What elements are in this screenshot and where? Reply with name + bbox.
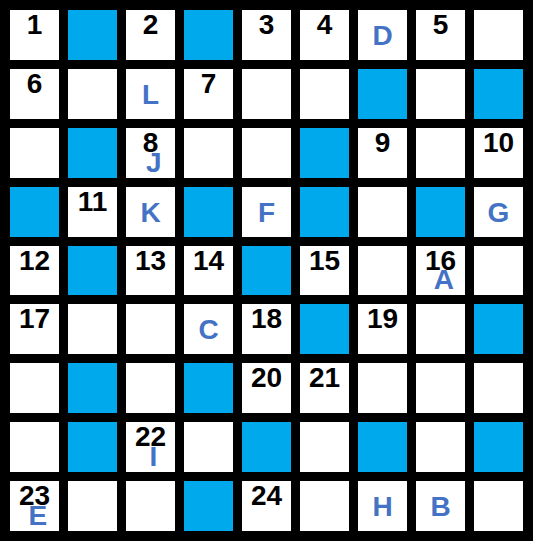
placed-letter: H <box>372 493 392 521</box>
placed-letter: C <box>198 316 218 344</box>
cell-r6c8[interactable] <box>474 363 523 413</box>
cell-r4c3[interactable]: 14 <box>184 246 233 296</box>
cell-r0c6[interactable]: D <box>358 10 407 60</box>
cell-r7c3[interactable] <box>184 422 233 472</box>
cell-r1c2[interactable]: L <box>126 69 175 119</box>
cell-r6c0[interactable] <box>10 363 59 413</box>
blocked-cell-r1c8 <box>474 69 523 119</box>
cell-r8c1[interactable] <box>68 481 117 531</box>
clue-number: 4 <box>317 11 333 39</box>
clue-number: 12 <box>19 247 50 275</box>
cell-r5c3[interactable]: C <box>184 304 233 354</box>
cell-r2c4[interactable] <box>242 128 291 178</box>
clue-number: 6 <box>27 70 43 98</box>
cell-r4c6[interactable] <box>358 246 407 296</box>
clue-number: 11 <box>78 188 108 216</box>
cell-r6c4[interactable]: 20 <box>242 363 291 413</box>
blocked-cell-r7c8 <box>474 422 523 472</box>
cell-r6c6[interactable] <box>358 363 407 413</box>
cell-r7c2[interactable]: 22I <box>126 422 175 472</box>
blocked-cell-r5c5 <box>300 304 349 354</box>
cell-r3c2[interactable]: K <box>126 187 175 237</box>
blocked-cell-r8c3 <box>184 481 233 531</box>
placed-letter: J <box>146 149 162 177</box>
placed-letter: E <box>29 502 48 530</box>
cell-r5c1[interactable] <box>68 304 117 354</box>
clue-number: 20 <box>251 364 282 392</box>
cell-r2c6[interactable]: 9 <box>358 128 407 178</box>
cell-r1c7[interactable] <box>416 69 465 119</box>
clue-number: 2 <box>143 11 159 39</box>
blocked-cell-r1c6 <box>358 69 407 119</box>
cell-r8c7[interactable]: B <box>416 481 465 531</box>
cell-r7c5[interactable] <box>300 422 349 472</box>
cell-r7c0[interactable] <box>10 422 59 472</box>
cell-r8c5[interactable] <box>300 481 349 531</box>
cell-r0c0[interactable]: 1 <box>10 10 59 60</box>
blocked-cell-r7c4 <box>242 422 291 472</box>
cell-r8c4[interactable]: 24 <box>242 481 291 531</box>
clue-number: 18 <box>251 305 282 333</box>
cell-r4c8[interactable] <box>474 246 523 296</box>
clue-number: 9 <box>375 129 391 157</box>
placed-letter: L <box>142 81 159 109</box>
blocked-cell-r4c4 <box>242 246 291 296</box>
clue-number: 7 <box>201 70 217 98</box>
placed-letter: I <box>149 443 157 471</box>
placed-letter: D <box>372 22 392 50</box>
puzzle-board: 1234D56L78J91011KFG1213141516A17C1819202… <box>0 0 533 541</box>
blocked-cell-r3c5 <box>300 187 349 237</box>
clue-number: 19 <box>367 305 398 333</box>
cell-r4c7[interactable]: 16A <box>416 246 465 296</box>
cell-r0c7[interactable]: 5 <box>416 10 465 60</box>
clue-number: 10 <box>483 129 514 157</box>
cell-r5c2[interactable] <box>126 304 175 354</box>
cell-r6c7[interactable] <box>416 363 465 413</box>
blocked-cell-r7c6 <box>358 422 407 472</box>
cell-r6c2[interactable] <box>126 363 175 413</box>
cell-r5c7[interactable] <box>416 304 465 354</box>
cell-r2c0[interactable] <box>10 128 59 178</box>
blocked-cell-r7c1 <box>68 422 117 472</box>
blocked-cell-r0c3 <box>184 10 233 60</box>
cell-r8c6[interactable]: H <box>358 481 407 531</box>
cell-r3c1[interactable]: 11 <box>68 187 117 237</box>
cell-r5c4[interactable]: 18 <box>242 304 291 354</box>
clue-number: 15 <box>309 247 340 275</box>
clue-number: 24 <box>251 482 282 510</box>
cell-r2c2[interactable]: 8J <box>126 128 175 178</box>
clue-number: 17 <box>19 305 50 333</box>
cell-r7c7[interactable] <box>416 422 465 472</box>
cell-r2c3[interactable] <box>184 128 233 178</box>
cell-r0c4[interactable]: 3 <box>242 10 291 60</box>
blocked-cell-r5c8 <box>474 304 523 354</box>
blocked-cell-r6c1 <box>68 363 117 413</box>
cell-r0c2[interactable]: 2 <box>126 10 175 60</box>
blocked-cell-r3c0 <box>10 187 59 237</box>
clue-number: 21 <box>309 364 340 392</box>
placed-letter: A <box>434 266 454 294</box>
placed-letter: F <box>258 199 275 227</box>
cell-r8c2[interactable] <box>126 481 175 531</box>
cell-r0c5[interactable]: 4 <box>300 10 349 60</box>
clue-number: 3 <box>259 11 275 39</box>
cell-r3c8[interactable]: G <box>474 187 523 237</box>
cell-r8c0[interactable]: 23E <box>10 481 59 531</box>
cell-r2c8[interactable]: 10 <box>474 128 523 178</box>
blocked-cell-r6c3 <box>184 363 233 413</box>
clue-number: 14 <box>193 247 224 275</box>
cell-r1c5[interactable] <box>300 69 349 119</box>
blocked-cell-r3c3 <box>184 187 233 237</box>
blocked-cell-r0c1 <box>68 10 117 60</box>
cell-r4c5[interactable]: 15 <box>300 246 349 296</box>
placed-letter: B <box>430 493 450 521</box>
cell-r0c8[interactable] <box>474 10 523 60</box>
blocked-cell-r2c5 <box>300 128 349 178</box>
cell-r3c6[interactable] <box>358 187 407 237</box>
cell-r1c0[interactable]: 6 <box>10 69 59 119</box>
placed-letter: G <box>488 199 510 227</box>
clue-number: 5 <box>433 11 449 39</box>
blocked-cell-r2c1 <box>68 128 117 178</box>
cell-r1c3[interactable]: 7 <box>184 69 233 119</box>
cell-r3c4[interactable]: F <box>242 187 291 237</box>
cell-r6c5[interactable]: 21 <box>300 363 349 413</box>
cell-r5c6[interactable]: 19 <box>358 304 407 354</box>
blocked-cell-r4c1 <box>68 246 117 296</box>
blocked-cell-r3c7 <box>416 187 465 237</box>
clue-number: 1 <box>27 11 43 39</box>
cell-r2c7[interactable] <box>416 128 465 178</box>
placed-letter: K <box>140 199 160 227</box>
clue-number: 13 <box>135 247 166 275</box>
cell-r8c8[interactable] <box>474 481 523 531</box>
cell-r1c1[interactable] <box>68 69 117 119</box>
cell-r1c4[interactable] <box>242 69 291 119</box>
cell-r4c2[interactable]: 13 <box>126 246 175 296</box>
cell-r5c0[interactable]: 17 <box>10 304 59 354</box>
cell-r4c0[interactable]: 12 <box>10 246 59 296</box>
